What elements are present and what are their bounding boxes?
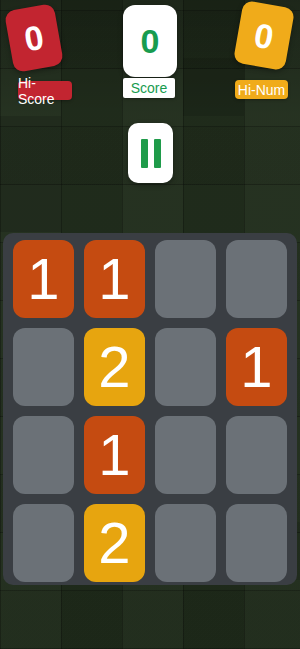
cell-r2c2-empty [155, 416, 216, 494]
hi-score-card: 0 [4, 3, 64, 73]
cell-r0c2-empty [155, 240, 216, 318]
pause-button[interactable] [128, 123, 173, 183]
cell-r2c1-value-1: 1 [84, 416, 145, 494]
hi-score-value: 0 [22, 20, 47, 57]
cell-r3c2-empty [155, 504, 216, 582]
hi-num-card: 0 [233, 0, 295, 71]
cell-r1c3-value-1: 1 [226, 328, 287, 406]
pause-icon [154, 139, 161, 168]
hi-score-label: Hi-Score [18, 81, 72, 100]
hi-num-value: 0 [252, 17, 277, 54]
cell-r1c1-value-2: 2 [84, 328, 145, 406]
cell-r2c0-empty [13, 416, 74, 494]
cell-r0c0-value-1: 1 [13, 240, 74, 318]
cell-r1c0-empty [13, 328, 74, 406]
board[interactable]: 112112 [3, 233, 297, 585]
game-screen: 0 0 0 Hi-Score Score Hi-Num 112112 [0, 0, 300, 649]
pause-icon [141, 139, 148, 168]
score-value: 0 [141, 24, 160, 58]
cell-r0c1-value-1: 1 [84, 240, 145, 318]
background-patch [0, 116, 61, 232]
score-card: 0 [123, 5, 177, 77]
hi-num-label: Hi-Num [235, 80, 288, 99]
cell-r3c3-empty [226, 504, 287, 582]
score-label: Score [123, 78, 175, 98]
cell-r0c3-empty [226, 240, 287, 318]
cell-r3c1-value-2: 2 [84, 504, 145, 582]
cell-r3c0-empty [13, 504, 74, 582]
cell-r1c2-empty [155, 328, 216, 406]
cell-r2c3-empty [226, 416, 287, 494]
